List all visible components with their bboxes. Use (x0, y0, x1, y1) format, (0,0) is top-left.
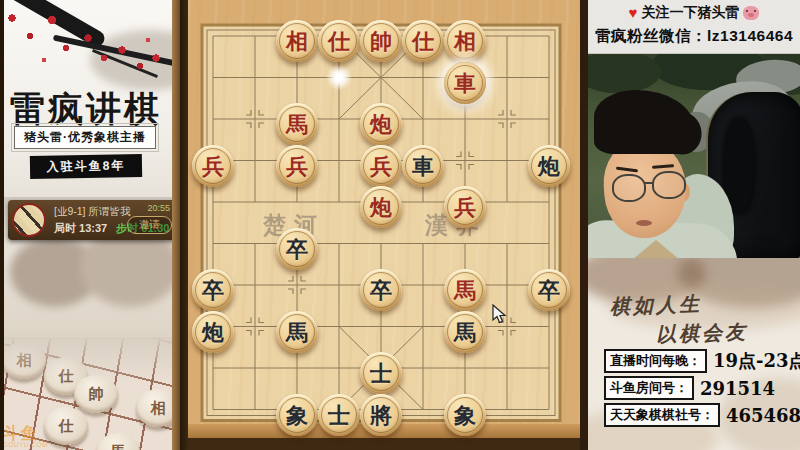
follow-text: 关注一下猪头雷 (641, 4, 739, 20)
piece-black-士[interactable]: 士 (318, 394, 360, 436)
piece-black-馬[interactable]: 馬 (444, 311, 486, 353)
piece-black-卒[interactable]: 卒 (528, 269, 570, 311)
left-sidebar: 雷疯讲棋 猪头雷·优秀象棋主播 入驻斗鱼8年 [业9-1] 所谓皆我 局时 13… (0, 0, 180, 450)
piece-red-炮[interactable]: 炮 (360, 103, 402, 145)
stream-subtitle: 猪头雷·优秀象棋主播 (14, 126, 156, 149)
info-rows: 直播时间每晚： 19点-23点 斗鱼房间号： 291514 天天象棋棋社号： 4… (604, 350, 800, 431)
piece-red-馬[interactable]: 馬 (444, 269, 486, 311)
glasses-lens (612, 174, 646, 202)
piece-black-車[interactable]: 車 (402, 145, 444, 187)
wechat-line: 雷疯粉丝微信：lz13146464 (588, 26, 800, 47)
piece-red-兵[interactable]: 兵 (276, 145, 318, 187)
piece-red-仕[interactable]: 仕 (402, 20, 444, 62)
board-edge (180, 0, 188, 450)
streamer-poster: 雷疯讲棋 猪头雷·优秀象棋主播 入驻斗鱼8年 (0, 0, 172, 197)
piece-black-象[interactable]: 象 (276, 394, 318, 436)
info-row-room: 斗鱼房间号： 291514 (604, 377, 800, 399)
piece-red-兵[interactable]: 兵 (360, 145, 402, 187)
right-sidebar: ♥关注一下猪头雷 雷疯粉丝微信：lz13146464 (580, 0, 800, 450)
mouse-cursor-icon (492, 304, 508, 326)
motto-line2: 以棋会友 (656, 318, 749, 348)
info-panel: 棋如人生 以棋会友 直播时间每晚： 19点-23点 斗鱼房间号： 291514 … (588, 258, 800, 450)
heart-icon: ♥ (629, 4, 638, 21)
piece-red-馬[interactable]: 馬 (276, 103, 318, 145)
douyu-logo-text: 斗鱼 (3, 425, 48, 442)
piece-red-相[interactable]: 相 (276, 20, 318, 62)
info-row-club: 天天象棋棋社号： 465468 (604, 404, 800, 426)
player-rank-name: [业9-1] 所谓皆我 (54, 205, 130, 219)
piece-red-相[interactable]: 相 (444, 20, 486, 62)
pig-icon (743, 6, 759, 20)
club-label: 天天象棋棋社号： (604, 403, 720, 427)
piece-black-卒[interactable]: 卒 (192, 269, 234, 311)
piece-black-士[interactable]: 士 (360, 352, 402, 394)
club-value: 465468 (726, 405, 800, 426)
piece-black-馬[interactable]: 馬 (276, 311, 318, 353)
douyu-watermark: 斗鱼 DOUYU.COM (3, 425, 48, 449)
piece-black-卒[interactable]: 卒 (276, 228, 318, 270)
photo-piece: 相 (136, 389, 172, 427)
player-info-bar: [业9-1] 所谓皆我 局时 13:37 步时 01:30 20:55 邀请 (8, 200, 178, 240)
schedule-value: 19点-23点 (713, 349, 800, 373)
piece-red-帥[interactable]: 帥 (360, 20, 402, 62)
piece-red-車[interactable]: 車 (444, 62, 486, 104)
follow-banner: ♥关注一下猪头雷 雷疯粉丝微信：lz13146464 (588, 0, 800, 54)
room-label: 斗鱼房间号： (604, 376, 694, 400)
room-value: 291514 (700, 378, 775, 399)
schedule-label: 直播时间每晚： (604, 349, 707, 373)
piece-black-卒[interactable]: 卒 (360, 269, 402, 311)
pieces-layer: 相仕帥仕相車馬炮兵兵兵車炮炮兵卒卒卒馬卒炮馬馬士象士將象 (188, 0, 580, 450)
follow-line: ♥关注一下猪头雷 (588, 4, 800, 22)
piece-red-兵[interactable]: 兵 (444, 186, 486, 228)
avatar (12, 203, 46, 237)
piece-red-仕[interactable]: 仕 (318, 20, 360, 62)
glasses-lens (652, 171, 686, 199)
piece-red-炮[interactable]: 炮 (360, 186, 402, 228)
game-time-label: 局时 (54, 222, 76, 234)
piece-black-炮[interactable]: 炮 (192, 311, 234, 353)
piece-black-炮[interactable]: 炮 (528, 145, 570, 187)
piece-black-象[interactable]: 象 (444, 394, 486, 436)
stream-banner: 入驻斗鱼8年 (30, 154, 142, 179)
piece-black-將[interactable]: 將 (360, 394, 402, 436)
panel-edge (172, 0, 180, 450)
clock-time: 20:55 (147, 203, 170, 213)
panel-edge (580, 0, 588, 450)
piece-red-兵[interactable]: 兵 (192, 145, 234, 187)
panel-edge (0, 0, 4, 450)
game-time-value: 13:37 (79, 222, 107, 234)
mouth (636, 220, 652, 226)
stream-screen: 雷疯讲棋 猪头雷·优秀象棋主播 入驻斗鱼8年 [业9-1] 所谓皆我 局时 13… (0, 0, 800, 450)
motto-line1: 棋如人生 (610, 290, 703, 320)
glasses-bridge (644, 182, 654, 184)
photo-piece: 仕 (44, 407, 88, 445)
invite-button[interactable]: 邀请 (127, 216, 172, 234)
info-row-schedule: 直播时间每晚： 19点-23点 (604, 350, 800, 372)
webcam-video (588, 54, 800, 258)
douyu-logo-sub: DOUYU.COM (3, 442, 48, 449)
board-area: 楚河漢界 相仕帥仕相車馬炮兵兵兵車炮炮兵卒卒卒馬卒炮馬馬士象士將象 (180, 0, 580, 450)
photo-mist (0, 337, 172, 383)
